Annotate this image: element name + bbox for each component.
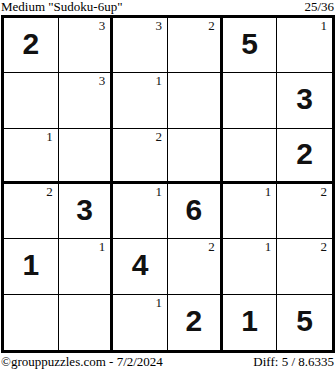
given-digit: 6 (185, 195, 202, 225)
pencil-mark: 1 (156, 74, 163, 87)
cell-r2c6[interactable]: 3 (277, 73, 332, 128)
pencil-mark: 1 (321, 19, 328, 32)
cell-r3c4[interactable] (168, 129, 223, 184)
cell-r4c2[interactable]: 3 (59, 184, 114, 239)
given-digit: 2 (296, 139, 313, 169)
cell-r2c5[interactable] (223, 73, 278, 128)
cell-r1c3[interactable]: 3 (113, 18, 168, 73)
cell-r3c2[interactable] (59, 129, 114, 184)
puzzle-title: Medium "Sudoku-6up" (1, 0, 122, 14)
cells-remaining-counter: 25/36 (304, 0, 334, 14)
puzzle-page: Medium "Sudoku-6up" 25/36 23325131312223… (0, 0, 336, 370)
pencil-mark: 3 (156, 19, 163, 32)
given-digit: 1 (241, 306, 258, 336)
cell-r3c3[interactable]: 2 (113, 129, 168, 184)
pencil-mark: 2 (321, 240, 328, 253)
cell-r6c5[interactable]: 1 (223, 295, 278, 350)
cell-r3c6[interactable]: 2 (277, 129, 332, 184)
cell-r5c4[interactable]: 2 (168, 239, 223, 294)
cell-r1c5[interactable]: 5 (223, 18, 278, 73)
cell-r3c5[interactable] (223, 129, 278, 184)
cell-r6c6[interactable]: 5 (277, 295, 332, 350)
pencil-mark: 1 (46, 130, 53, 143)
pencil-mark: 1 (99, 240, 106, 253)
cell-r1c4[interactable]: 2 (168, 18, 223, 73)
cell-r4c3[interactable]: 1 (113, 184, 168, 239)
cell-r2c1[interactable] (4, 73, 59, 128)
given-digit: 3 (296, 84, 313, 114)
pencil-mark: 1 (156, 185, 163, 198)
cell-r4c6[interactable]: 2 (277, 184, 332, 239)
cell-r5c3[interactable]: 4 (113, 239, 168, 294)
given-digit: 1 (22, 250, 39, 280)
cell-r6c3[interactable]: 1 (113, 295, 168, 350)
pencil-mark: 1 (265, 185, 272, 198)
given-digit: 2 (22, 29, 39, 59)
pencil-mark: 2 (321, 185, 328, 198)
cell-r6c1[interactable] (4, 295, 59, 350)
pencil-mark: 1 (156, 296, 163, 309)
difficulty-text: Diff: 5 / 8.6335 (253, 355, 334, 369)
cell-r5c6[interactable]: 2 (277, 239, 332, 294)
cell-r1c6[interactable]: 1 (277, 18, 332, 73)
pencil-mark: 3 (99, 74, 106, 87)
cell-r3c1[interactable]: 1 (4, 129, 59, 184)
pencil-mark: 2 (46, 185, 53, 198)
given-digit: 4 (132, 250, 149, 280)
cell-r6c2[interactable] (59, 295, 114, 350)
cell-r1c1[interactable]: 2 (4, 18, 59, 73)
pencil-mark: 1 (265, 240, 272, 253)
cell-r1c2[interactable]: 3 (59, 18, 114, 73)
cell-r4c1[interactable]: 2 (4, 184, 59, 239)
cell-r2c4[interactable] (168, 73, 223, 128)
footer: ©grouppuzzles.com - 7/2/2024 Diff: 5 / 8… (1, 354, 334, 369)
sudoku-grid: 2332513131222316121142121215 (1, 15, 335, 353)
header: Medium "Sudoku-6up" 25/36 (1, 0, 334, 15)
cell-r2c3[interactable]: 1 (113, 73, 168, 128)
cell-r2c2[interactable]: 3 (59, 73, 114, 128)
cell-r5c2[interactable]: 1 (59, 239, 114, 294)
pencil-mark: 2 (208, 240, 215, 253)
pencil-mark: 2 (208, 19, 215, 32)
cell-r4c4[interactable]: 6 (168, 184, 223, 239)
pencil-mark: 3 (99, 19, 106, 32)
copyright-text: ©grouppuzzles.com - 7/2/2024 (1, 355, 163, 369)
cell-r6c4[interactable]: 2 (168, 295, 223, 350)
given-digit: 5 (241, 29, 258, 59)
given-digit: 2 (185, 306, 202, 336)
cell-r5c1[interactable]: 1 (4, 239, 59, 294)
pencil-mark: 2 (156, 130, 163, 143)
given-digit: 5 (296, 306, 313, 336)
cell-r5c5[interactable]: 1 (223, 239, 278, 294)
given-digit: 3 (76, 195, 93, 225)
cell-r4c5[interactable]: 1 (223, 184, 278, 239)
